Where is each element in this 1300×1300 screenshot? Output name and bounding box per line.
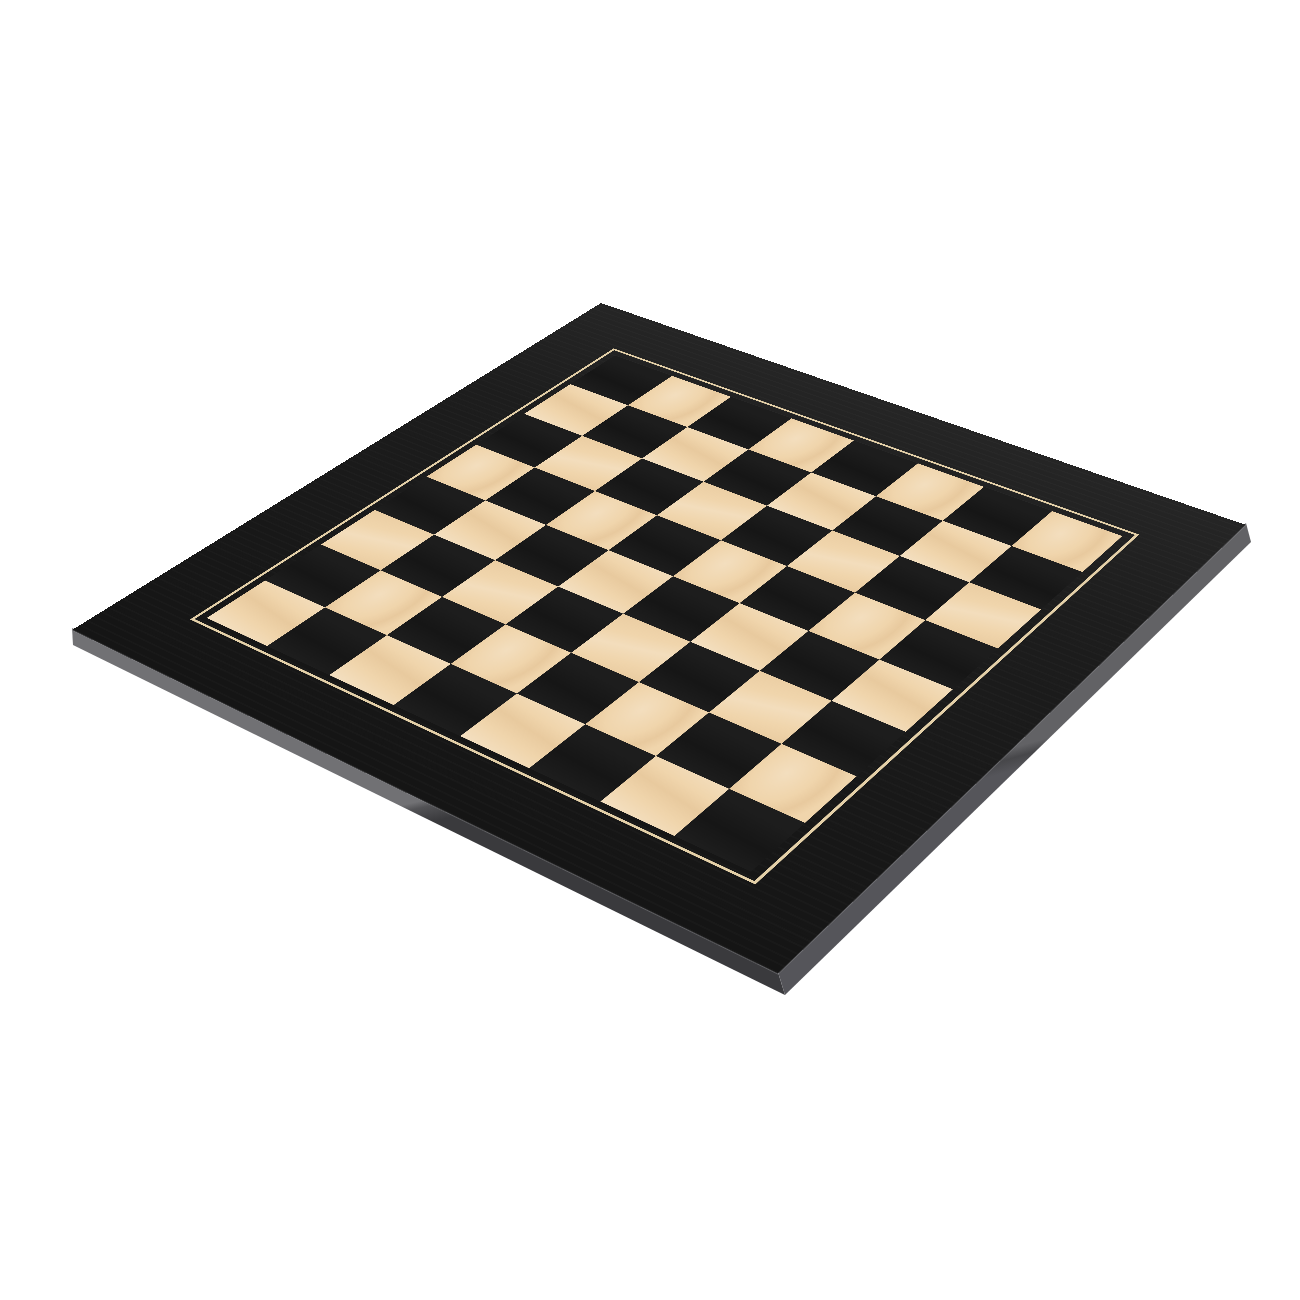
- product-photo: [0, 0, 1300, 1300]
